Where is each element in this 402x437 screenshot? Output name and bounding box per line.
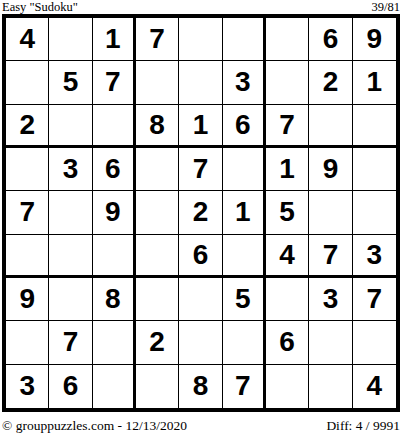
cell-r8c5[interactable] [179,321,222,364]
cell-r3c6[interactable]: 6 [223,105,266,148]
cell-r6c3[interactable] [93,235,136,278]
cell-r5c6[interactable]: 1 [223,191,266,234]
cell-r5c2[interactable] [49,191,92,234]
cell-r5c7[interactable]: 5 [266,191,309,234]
cell-r9c9[interactable]: 4 [353,365,396,408]
footer-difficulty: Diff: 4 / 9991 [326,418,400,434]
cell-r1c7[interactable] [266,18,309,61]
cell-r4c3[interactable]: 6 [93,148,136,191]
cell-r3c7[interactable]: 7 [266,105,309,148]
cell-r1c2[interactable] [49,18,92,61]
cell-r3c3[interactable] [93,105,136,148]
cell-r4c8[interactable]: 9 [309,148,352,191]
cell-r7c4[interactable] [136,278,179,321]
cell-r4c7[interactable]: 1 [266,148,309,191]
cell-r6c1[interactable] [6,235,49,278]
cell-r2c1[interactable] [6,61,49,104]
cell-r4c1[interactable] [6,148,49,191]
cell-r9c6[interactable]: 7 [223,365,266,408]
cell-r8c3[interactable] [93,321,136,364]
cell-r7c1[interactable]: 9 [6,278,49,321]
cell-r2c5[interactable] [179,61,222,104]
cell-r7c6[interactable]: 5 [223,278,266,321]
cell-r6c4[interactable] [136,235,179,278]
cell-r5c3[interactable]: 9 [93,191,136,234]
cell-r1c6[interactable] [223,18,266,61]
cell-r9c7[interactable] [266,365,309,408]
cell-r7c5[interactable] [179,278,222,321]
cell-r3c4[interactable]: 8 [136,105,179,148]
cell-r5c8[interactable] [309,191,352,234]
cell-r2c2[interactable]: 5 [49,61,92,104]
cell-r2c4[interactable] [136,61,179,104]
cell-r3c9[interactable] [353,105,396,148]
cell-r9c2[interactable]: 6 [49,365,92,408]
cell-r8c9[interactable] [353,321,396,364]
cell-r4c9[interactable] [353,148,396,191]
cell-r1c9[interactable]: 9 [353,18,396,61]
cell-r4c6[interactable] [223,148,266,191]
cell-r3c8[interactable] [309,105,352,148]
cell-r6c9[interactable]: 3 [353,235,396,278]
cell-r6c6[interactable] [223,235,266,278]
sudoku-page: Easy "Sudoku" 39/81 41769573212816736719… [0,0,402,437]
page-title: Easy "Sudoku" [2,0,78,14]
footer-copyright: © grouppuzzles.com - 12/13/2020 [2,418,187,434]
cell-r8c7[interactable]: 6 [266,321,309,364]
cell-r4c4[interactable] [136,148,179,191]
cell-r2c9[interactable]: 1 [353,61,396,104]
cell-r7c7[interactable] [266,278,309,321]
cell-r1c5[interactable] [179,18,222,61]
cell-r9c3[interactable] [93,365,136,408]
cell-r2c3[interactable]: 7 [93,61,136,104]
cell-r2c8[interactable]: 2 [309,61,352,104]
cell-r3c5[interactable]: 1 [179,105,222,148]
cell-r2c7[interactable] [266,61,309,104]
cell-r1c4[interactable]: 7 [136,18,179,61]
cell-r7c8[interactable]: 3 [309,278,352,321]
cell-r7c3[interactable]: 8 [93,278,136,321]
cell-r6c2[interactable] [49,235,92,278]
cell-r1c1[interactable]: 4 [6,18,49,61]
cell-r8c2[interactable]: 7 [49,321,92,364]
cell-r5c9[interactable] [353,191,396,234]
cell-r5c1[interactable]: 7 [6,191,49,234]
sudoku-board: 4176957321281673671979215647398537726368… [2,14,400,412]
cell-r2c6[interactable]: 3 [223,61,266,104]
cell-r1c3[interactable]: 1 [93,18,136,61]
cell-r3c1[interactable]: 2 [6,105,49,148]
cell-r6c8[interactable]: 7 [309,235,352,278]
cell-r8c4[interactable]: 2 [136,321,179,364]
footer: © grouppuzzles.com - 12/13/2020 Diff: 4 … [0,412,402,434]
cell-r4c5[interactable]: 7 [179,148,222,191]
cell-r9c8[interactable] [309,365,352,408]
cell-r3c2[interactable] [49,105,92,148]
cell-r9c4[interactable] [136,365,179,408]
cell-r4c2[interactable]: 3 [49,148,92,191]
cell-r9c5[interactable]: 8 [179,365,222,408]
cell-r5c5[interactable]: 2 [179,191,222,234]
cell-r7c9[interactable]: 7 [353,278,396,321]
cell-r9c1[interactable]: 3 [6,365,49,408]
cell-r1c8[interactable]: 6 [309,18,352,61]
cell-r8c1[interactable] [6,321,49,364]
cell-r7c2[interactable] [49,278,92,321]
header: Easy "Sudoku" 39/81 [0,0,402,14]
cell-r8c6[interactable] [223,321,266,364]
cell-r8c8[interactable] [309,321,352,364]
cell-r6c5[interactable]: 6 [179,235,222,278]
cell-r6c7[interactable]: 4 [266,235,309,278]
cell-r5c4[interactable] [136,191,179,234]
puzzle-counter: 39/81 [372,0,400,14]
